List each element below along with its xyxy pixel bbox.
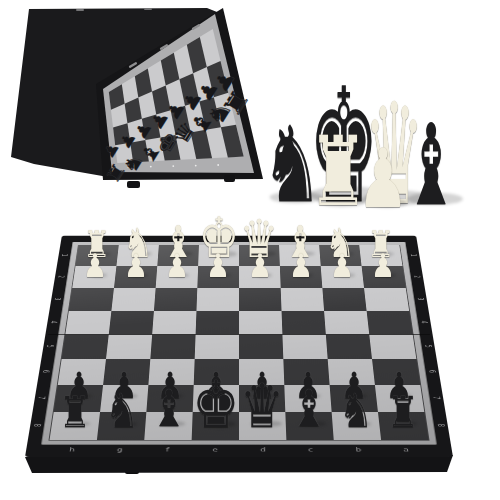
square-a3 [364,288,409,311]
square-c6 [283,359,329,385]
rank-label-left-5: 5 [45,344,55,349]
chess-set-product-photo: ♟♟♟♟♟♟♟♟♜♞♝♚♛♝♞♜ 1122334455667788hgfedcb… [0,0,500,500]
square-a4 [367,311,413,335]
piece-shadow [407,193,463,205]
rank-label-right-3: 3 [416,296,426,301]
square-e8 [192,412,239,440]
square-d7 [239,385,285,412]
square-c5 [282,334,327,359]
rank-label-left-2: 2 [56,274,65,279]
hinge-slot [76,9,84,11]
rank-label-right-7: 7 [431,395,441,401]
loose-piece-black-bishop: ♝ [403,109,458,221]
square-b5 [326,334,372,359]
rank-label-left-3: 3 [53,296,63,301]
square-b8 [332,412,381,440]
square-b3 [322,288,366,311]
file-label-d: d [258,447,268,453]
rank-label-left-7: 7 [36,395,46,401]
square-h2 [72,266,116,288]
main-board: 1122334455667788hgfedcba [25,236,453,457]
square-g3 [111,288,155,311]
square-f4 [152,311,196,335]
square-h8 [50,412,101,440]
board-foot [224,175,235,182]
rank-label-right-6: 6 [427,369,437,374]
board-side-face [24,455,454,475]
hinge-slot [144,8,152,10]
square-c1 [279,245,321,266]
square-d3 [239,288,282,311]
square-b6 [328,359,375,385]
square-h3 [69,288,114,311]
square-f3 [154,288,197,311]
rank-label-right-2: 2 [412,274,421,279]
rank-label-left-1: 1 [60,253,69,257]
square-c3 [281,288,324,311]
square-g8 [97,412,146,440]
piece-shadow [309,186,388,203]
file-label-b: b [353,447,364,453]
square-a6 [372,359,420,385]
square-c2 [280,266,322,288]
square-f1 [157,245,199,266]
square-g5 [106,334,152,359]
square-g6 [103,359,150,385]
rank-label-left-6: 6 [41,369,51,374]
square-f5 [150,334,195,359]
square-h4 [65,311,111,335]
square-e2 [197,266,239,288]
square-h5 [62,334,109,359]
square-d6 [239,359,284,385]
square-d1 [239,245,280,266]
square-e6 [194,359,239,385]
square-a5 [369,334,416,359]
square-g1 [116,245,158,266]
loose-piece-white-rook: ♜ [308,124,368,220]
square-b4 [324,311,369,335]
loose-piece-white-queen: ♛ [364,85,424,225]
file-label-a: a [401,447,412,453]
square-d4 [239,311,282,335]
rivet-dot [217,164,219,166]
rank-label-left-4: 4 [49,320,59,325]
file-label-c: c [305,447,315,453]
board-grid [50,245,429,440]
square-f6 [148,359,194,385]
rank-label-right-1: 1 [409,253,418,257]
square-e7 [193,385,239,412]
square-a8 [378,412,429,440]
square-d5 [239,334,283,359]
rank-label-right-5: 5 [423,344,433,349]
square-e5 [195,334,239,359]
board-hinge-seam [48,334,430,335]
square-a1 [359,245,402,266]
square-d2 [239,266,281,288]
square-e4 [196,311,239,335]
square-c4 [282,311,326,335]
square-a2 [362,266,406,288]
square-g2 [114,266,157,288]
piece-shadow [367,198,408,207]
square-c8 [285,412,333,440]
loose-piece-black-king: ♚ [309,67,380,225]
board-foot [127,181,140,188]
square-d8 [239,412,286,440]
square-a7 [375,385,424,412]
rank-label-right-4: 4 [419,320,429,325]
rivet-dot [172,165,174,167]
square-c7 [284,385,331,412]
folded-board: ♟♟♟♟♟♟♟♟♜♞♝♚♛♝♞♜ [0,0,280,200]
rivet-dot [195,165,197,167]
file-label-g: g [114,447,125,453]
square-b2 [321,266,364,288]
file-label-h: h [67,447,78,453]
piece-shadow [318,196,366,207]
square-g7 [100,385,148,412]
square-f2 [156,266,198,288]
square-f8 [144,412,192,440]
square-b1 [319,245,361,266]
square-f7 [146,385,193,412]
square-e1 [198,245,239,266]
rank-label-left-8: 8 [32,422,43,428]
piece-shadow [363,190,433,205]
square-b7 [330,385,378,412]
square-e3 [196,288,239,311]
file-label-f: f [162,447,172,453]
square-h1 [76,245,119,266]
square-g4 [109,311,154,335]
loose-piece-white-pawn: ♟ [357,138,408,220]
rank-label-right-8: 8 [436,422,447,428]
file-label-e: e [210,447,220,453]
square-h6 [58,359,106,385]
square-h7 [54,385,103,412]
